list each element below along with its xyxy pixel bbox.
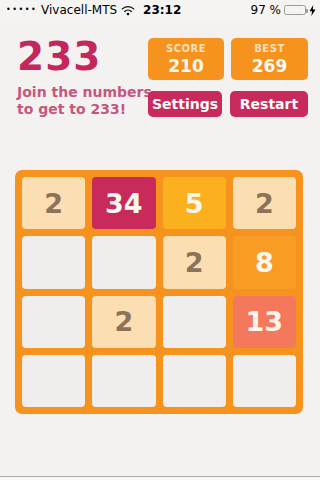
bottom-edge-divider bbox=[0, 476, 320, 480]
tile-34: 34 bbox=[92, 177, 155, 229]
empty-cell bbox=[92, 236, 155, 288]
tagline: Join the numbers to get to 233! bbox=[17, 84, 152, 118]
settings-button[interactable]: Settings bbox=[148, 91, 222, 117]
restart-button[interactable]: Restart bbox=[230, 91, 308, 117]
tile-2: 2 bbox=[163, 236, 226, 288]
clock-label: 23:12 bbox=[143, 3, 181, 17]
tile-2: 2 bbox=[22, 177, 85, 229]
empty-cell bbox=[163, 296, 226, 348]
tile-13: 13 bbox=[233, 296, 296, 348]
empty-cell bbox=[233, 355, 296, 407]
empty-cell bbox=[22, 236, 85, 288]
score-value: 210 bbox=[168, 56, 204, 76]
empty-cell bbox=[92, 355, 155, 407]
best-label: BEST bbox=[254, 43, 284, 54]
app-screen: ••••• Vivacell-MTS 23:12 97 % bbox=[0, 0, 320, 480]
carrier-label: Vivacell-MTS bbox=[41, 3, 117, 17]
tile-2: 2 bbox=[92, 296, 155, 348]
page-title: 233 bbox=[17, 34, 101, 79]
best-value: 269 bbox=[252, 56, 288, 76]
empty-cell bbox=[22, 355, 85, 407]
status-bar-left: ••••• Vivacell-MTS 23:12 bbox=[6, 0, 181, 20]
tile-5: 5 bbox=[163, 177, 226, 229]
status-bar: ••••• Vivacell-MTS 23:12 97 % bbox=[0, 0, 320, 20]
status-bar-right: 97 % bbox=[251, 0, 317, 20]
battery-icon bbox=[284, 5, 306, 15]
battery-percent-label: 97 % bbox=[251, 3, 282, 17]
charging-bolt-icon bbox=[309, 5, 316, 16]
tagline-line1: Join the numbers bbox=[17, 84, 152, 101]
board-grid[interactable]: 2345228213 bbox=[15, 170, 303, 414]
score-label: SCORE bbox=[166, 43, 206, 54]
tile-2: 2 bbox=[233, 177, 296, 229]
tile-8: 8 bbox=[233, 236, 296, 288]
empty-cell bbox=[163, 355, 226, 407]
best-box: BEST 269 bbox=[231, 38, 308, 80]
score-box: SCORE 210 bbox=[148, 38, 224, 80]
signal-strength-icon: ••••• bbox=[6, 0, 37, 20]
empty-cell bbox=[22, 296, 85, 348]
wifi-icon bbox=[121, 5, 135, 16]
tagline-line2: to get to 233! bbox=[17, 101, 152, 118]
